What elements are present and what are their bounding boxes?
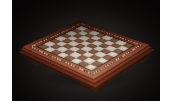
photo-background: [12, 0, 160, 101]
screenshot-canvas: [0, 0, 175, 105]
